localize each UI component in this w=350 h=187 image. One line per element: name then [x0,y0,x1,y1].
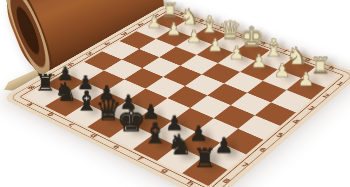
piece-white-knight-b1[interactable]: ♞ [177,6,202,28]
piece-white-pawn-a2[interactable]: ♟ [141,13,166,30]
piece-white-bishop-f1[interactable]: ♝ [260,35,287,60]
piece-white-bishop-c1[interactable]: ♝ [197,12,222,36]
piece-black-rook-h8[interactable]: ♜ [189,145,221,172]
piece-white-queen-d1[interactable]: ♛ [217,18,243,44]
chess-board[interactable]: ♜♞♝♛♚♝♞♜♟♟♟♟♟♟♟♟♟♟♟♟♟♟♟♟♜♞♝♛♚♝♞♜ [25,13,339,186]
rank-label-1-left: 1 [144,10,168,22]
file-label-f-far: f [272,46,299,57]
file-label-h-far: h [317,62,345,74]
rank-label-5-left: 5 [75,48,101,62]
file-label-e-far: e [250,38,276,49]
square-h8[interactable]: ♜ [182,158,227,186]
rank-label-4-left: 4 [93,38,119,51]
square-a5[interactable] [84,51,122,70]
square-b5[interactable] [104,60,142,80]
square-d3[interactable] [180,55,218,74]
piece-white-pawn-c2[interactable]: ♟ [181,28,207,46]
square-a1[interactable]: ♜ [152,13,187,29]
square-b2[interactable]: ♟ [156,29,192,47]
piece-white-pawn-b2[interactable]: ♟ [161,21,187,38]
file-label-g-far: g [294,54,321,66]
piece-white-rook-a1[interactable]: ♜ [157,1,182,21]
chess-board-mat: ♜♞♝♛♚♝♞♜♟♟♟♟♟♟♟♟♟♟♟♟♟♟♟♟♜♞♝♛♚♝♞♜ aabbccd… [1,4,350,187]
square-d1[interactable]: ♛ [212,35,248,53]
square-a3[interactable] [120,31,156,49]
square-c4[interactable] [142,57,180,77]
board-scene: ♜♞♝♛♚♝♞♜♟♟♟♟♟♟♟♟♟♟♟♟♟♟♟♟♜♞♝♛♚♝♞♜ aabbccd… [0,0,350,187]
square-e2[interactable]: ♟ [218,53,255,72]
piece-white-knight-g1[interactable]: ♞ [283,44,310,68]
file-label-b-far: b [189,16,213,26]
square-c3[interactable] [159,47,196,66]
square-f2[interactable]: ♟ [240,61,278,81]
file-label-d-far: d [229,30,255,41]
square-d4[interactable] [163,66,202,86]
square-b1[interactable]: ♞ [172,20,207,37]
piece-white-king-e1[interactable]: ♚ [239,23,265,51]
square-e1[interactable]: ♚ [233,42,270,61]
square-c2[interactable]: ♟ [176,37,212,55]
square-b3[interactable] [139,39,176,57]
square-a2[interactable]: ♟ [136,22,171,39]
square-a4[interactable] [102,41,139,59]
file-label-c-far: c [209,23,234,33]
piece-white-pawn-e2[interactable]: ♟ [223,44,250,62]
piece-white-pawn-h2[interactable]: ♟ [292,70,320,89]
chess-set-product-photo: ♜♞♝♛♚♝♞♜♟♟♟♟♟♟♟♟♟♟♟♟♟♟♟♟♜♞♝♛♚♝♞♜ aabbccd… [0,0,350,187]
piece-white-pawn-f2[interactable]: ♟ [245,52,272,70]
square-b4[interactable] [122,49,159,68]
rank-label-1-right: 1 [327,76,350,92]
square-c1[interactable]: ♝ [192,27,228,44]
square-f1[interactable]: ♝ [255,50,292,69]
square-d2[interactable]: ♟ [197,45,234,64]
rank-label-2-left: 2 [127,19,151,31]
square-e3[interactable] [202,63,240,83]
square-c5[interactable] [124,68,163,89]
piece-white-pawn-d2[interactable]: ♟ [202,36,228,54]
rank-label-3-left: 3 [111,28,136,41]
square-h2[interactable]: ♟ [286,78,325,99]
file-label-a-far: a [170,9,194,19]
